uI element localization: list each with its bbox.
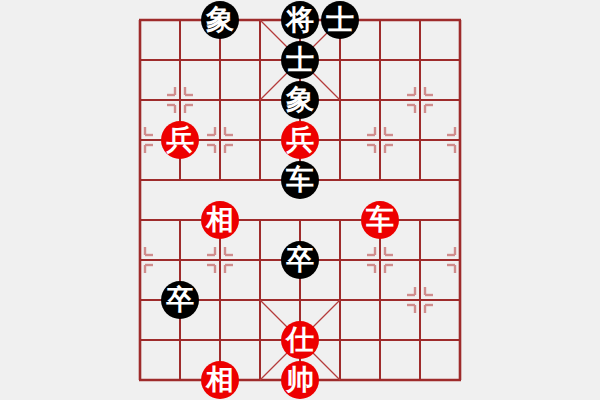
piece-red-soldier[interactable]: 兵	[161, 121, 199, 159]
piece-red-general[interactable]: 帅	[281, 361, 319, 399]
piece-black-chariot[interactable]: 车	[281, 161, 319, 199]
piece-black-soldier[interactable]: 卒	[161, 281, 199, 319]
piece-black-advisor[interactable]: 士	[321, 1, 359, 39]
piece-black-soldier[interactable]: 卒	[281, 241, 319, 279]
xiangqi-board-stage: 象将士士象兵兵车相车卒卒仕相帅	[0, 0, 600, 400]
piece-red-chariot[interactable]: 车	[361, 201, 399, 239]
piece-red-advisor[interactable]: 仕	[281, 321, 319, 359]
piece-black-elephant[interactable]: 象	[201, 1, 239, 39]
piece-red-soldier[interactable]: 兵	[281, 121, 319, 159]
piece-black-elephant[interactable]: 象	[281, 81, 319, 119]
piece-red-elephant[interactable]: 相	[201, 361, 239, 399]
piece-red-elephant[interactable]: 相	[201, 201, 239, 239]
piece-black-advisor[interactable]: 士	[281, 41, 319, 79]
pieces-layer: 象将士士象兵兵车相车卒卒仕相帅	[120, 0, 480, 400]
piece-black-general[interactable]: 将	[281, 1, 319, 39]
